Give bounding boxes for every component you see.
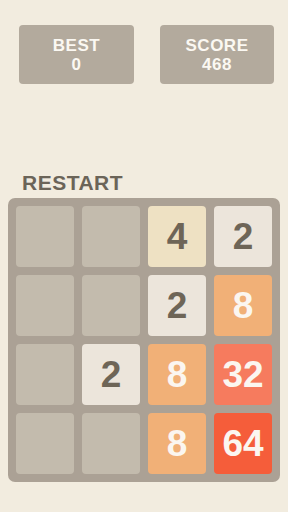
empty-cell bbox=[82, 413, 140, 474]
restart-button[interactable]: RESTART bbox=[22, 171, 123, 195]
tile-8: 8 bbox=[214, 275, 272, 336]
best-label: BEST bbox=[53, 36, 100, 55]
tile-2: 2 bbox=[214, 206, 272, 267]
empty-cell bbox=[82, 275, 140, 336]
tile-2: 2 bbox=[82, 344, 140, 405]
empty-cell bbox=[16, 344, 74, 405]
tile-8: 8 bbox=[148, 413, 206, 474]
score-value: 468 bbox=[202, 55, 232, 74]
empty-cell bbox=[16, 206, 74, 267]
empty-cell bbox=[82, 206, 140, 267]
empty-cell bbox=[16, 413, 74, 474]
board[interactable]: 42282832864 bbox=[8, 198, 280, 482]
app-screen: { "game": "2048", "position": "0 0 4 2 /… bbox=[0, 0, 288, 512]
best-value: 0 bbox=[72, 55, 82, 74]
score-label: SCORE bbox=[186, 36, 249, 55]
current-score-box: SCORE 468 bbox=[160, 25, 274, 84]
tile-2: 2 bbox=[148, 275, 206, 336]
tile-32: 32 bbox=[214, 344, 272, 405]
tile-4: 4 bbox=[148, 206, 206, 267]
best-score-box: BEST 0 bbox=[19, 25, 134, 84]
tile-8: 8 bbox=[148, 344, 206, 405]
tile-64: 64 bbox=[214, 413, 272, 474]
empty-cell bbox=[16, 275, 74, 336]
